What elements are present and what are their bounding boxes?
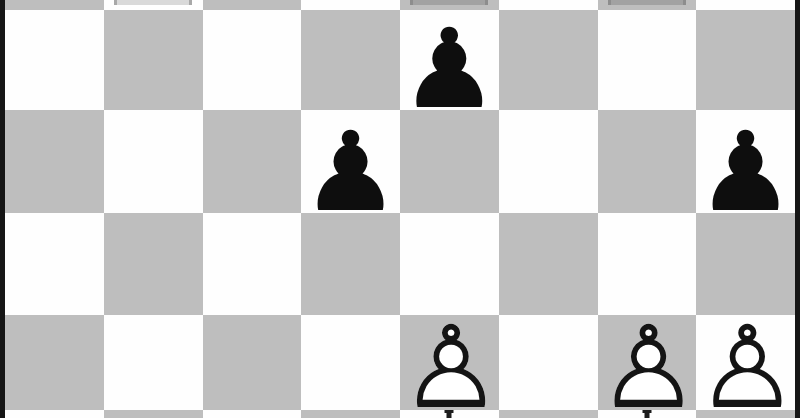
square-e4 <box>400 213 499 315</box>
square-e2 <box>400 410 499 418</box>
square-h3: ♟♙ <box>696 315 795 410</box>
chess-diagram: ♟♟♟♟♙♟♙♟♙ <box>0 0 800 418</box>
square-c5 <box>203 110 302 213</box>
white-pawn: ♟♙ <box>696 311 795 418</box>
square-c6 <box>203 10 302 110</box>
square-b6 <box>104 10 203 110</box>
square-d6 <box>301 10 400 110</box>
square-f5 <box>499 110 598 213</box>
cutoff-piece-base <box>410 0 488 5</box>
cutoff-piece-base <box>114 0 192 5</box>
square-g6 <box>598 10 697 110</box>
square-b4 <box>104 213 203 315</box>
square-e6: ♟ <box>400 10 499 110</box>
square-a6 <box>5 10 104 110</box>
square-c4 <box>203 213 302 315</box>
square-f4 <box>499 213 598 315</box>
square-f3 <box>499 315 598 410</box>
square-d5: ♟ <box>301 110 400 213</box>
white-pawn-fill: ♟ <box>400 311 499 418</box>
square-a4 <box>5 213 104 315</box>
square-h7 <box>696 0 795 10</box>
square-g3: ♟♙ <box>598 315 697 410</box>
white-pawn-fill: ♟ <box>598 311 697 418</box>
square-a2 <box>5 410 104 418</box>
square-a5 <box>5 110 104 213</box>
board-right-border <box>795 0 800 418</box>
square-f2 <box>499 410 598 418</box>
square-h5: ♟ <box>696 110 795 213</box>
square-e3: ♟♙ <box>400 315 499 410</box>
square-h6 <box>696 10 795 110</box>
square-d4 <box>301 213 400 315</box>
cutoff-piece-base <box>608 0 686 5</box>
black-pawn: ♟ <box>400 14 499 124</box>
square-e5 <box>400 110 499 213</box>
board-left-border <box>0 0 5 418</box>
black-pawn: ♟ <box>301 117 400 227</box>
square-b7 <box>104 0 203 10</box>
square-h2 <box>696 410 795 418</box>
white-pawn-outline: ♙ <box>400 311 499 418</box>
square-c2 <box>203 410 302 418</box>
square-c3 <box>203 315 302 410</box>
square-a7 <box>5 0 104 10</box>
square-b2 <box>104 410 203 418</box>
square-d2 <box>301 410 400 418</box>
square-b3 <box>104 315 203 410</box>
square-b5 <box>104 110 203 213</box>
cutoff-piece-tip <box>447 410 452 418</box>
square-h4 <box>696 213 795 315</box>
square-d3 <box>301 315 400 410</box>
square-f7 <box>499 0 598 10</box>
white-pawn: ♟♙ <box>400 311 499 418</box>
square-c7 <box>203 0 302 10</box>
white-pawn: ♟♙ <box>598 311 697 418</box>
square-g4 <box>598 213 697 315</box>
square-g5 <box>598 110 697 213</box>
black-pawn: ♟ <box>696 117 795 227</box>
chess-board-grid: ♟♟♟♟♙♟♙♟♙ <box>5 0 795 418</box>
square-d7 <box>301 0 400 10</box>
cutoff-piece-tip <box>644 410 649 418</box>
square-g7 <box>598 0 697 10</box>
white-pawn-outline: ♙ <box>598 311 697 418</box>
white-pawn-outline: ♙ <box>696 311 795 418</box>
square-f6 <box>499 10 598 110</box>
white-pawn-fill: ♟ <box>696 311 795 418</box>
square-a3 <box>5 315 104 410</box>
square-e7 <box>400 0 499 10</box>
square-g2 <box>598 410 697 418</box>
